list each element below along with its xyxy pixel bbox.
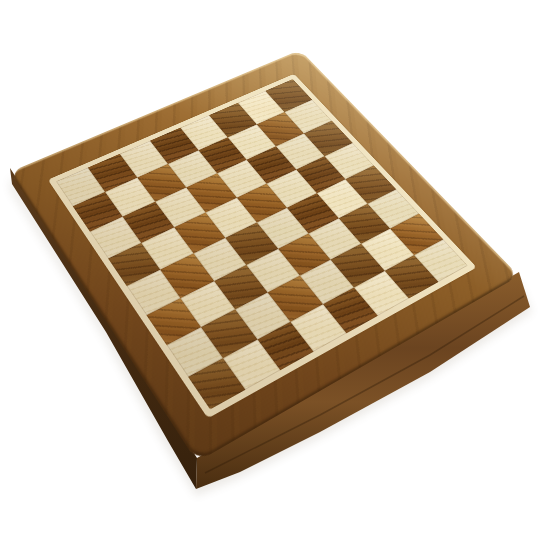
product-photo-canvas — [0, 0, 540, 540]
